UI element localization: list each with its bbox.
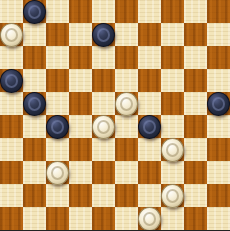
square-r9-c10[interactable] (207, 184, 230, 207)
square-r1-c10[interactable] (207, 0, 230, 23)
square-r8-c5[interactable] (92, 161, 115, 184)
square-r10-c3[interactable] (46, 207, 69, 230)
square-r7-c4[interactable] (69, 138, 92, 161)
square-r7-c5 (92, 138, 115, 161)
square-r7-c10[interactable] (207, 138, 230, 161)
white-man[interactable] (46, 161, 69, 185)
square-r10-c7[interactable] (138, 207, 161, 230)
square-r6-c4 (69, 115, 92, 138)
square-r10-c1[interactable] (0, 207, 23, 230)
square-r8-c7[interactable] (138, 161, 161, 184)
square-r2-c6 (115, 23, 138, 46)
square-r6-c2 (23, 115, 46, 138)
square-r1-c7 (138, 0, 161, 23)
square-r1-c1 (0, 0, 23, 23)
square-r2-c4 (69, 23, 92, 46)
square-r5-c4[interactable] (69, 92, 92, 115)
black-man[interactable] (46, 115, 69, 139)
square-r9-c9 (184, 184, 207, 207)
square-r5-c5 (92, 92, 115, 115)
square-r4-c1[interactable] (0, 69, 23, 92)
square-r10-c10 (207, 207, 230, 230)
square-r2-c5[interactable] (92, 23, 115, 46)
checkers-board (0, 0, 230, 230)
square-r5-c10[interactable] (207, 92, 230, 115)
square-r1-c9 (184, 0, 207, 23)
square-r4-c5[interactable] (92, 69, 115, 92)
square-r9-c5 (92, 184, 115, 207)
square-r5-c1 (0, 92, 23, 115)
white-man[interactable] (115, 92, 138, 116)
square-r4-c9[interactable] (184, 69, 207, 92)
square-r2-c3[interactable] (46, 23, 69, 46)
square-r7-c1 (0, 138, 23, 161)
square-r7-c6[interactable] (115, 138, 138, 161)
square-r9-c8[interactable] (161, 184, 184, 207)
square-r3-c6[interactable] (115, 46, 138, 69)
square-r9-c4[interactable] (69, 184, 92, 207)
square-r8-c2 (23, 161, 46, 184)
square-r3-c7 (138, 46, 161, 69)
square-r2-c7[interactable] (138, 23, 161, 46)
square-r6-c10 (207, 115, 230, 138)
square-r1-c4[interactable] (69, 0, 92, 23)
square-r1-c2[interactable] (23, 0, 46, 23)
black-man[interactable] (138, 115, 161, 139)
square-r3-c3 (46, 46, 69, 69)
square-r9-c7 (138, 184, 161, 207)
white-man[interactable] (138, 207, 161, 231)
square-r6-c7[interactable] (138, 115, 161, 138)
square-r10-c2 (23, 207, 46, 230)
square-r3-c5 (92, 46, 115, 69)
square-r3-c2[interactable] (23, 46, 46, 69)
square-r6-c5[interactable] (92, 115, 115, 138)
square-r5-c8[interactable] (161, 92, 184, 115)
checkers-app (0, 0, 230, 230)
square-r5-c7 (138, 92, 161, 115)
square-r4-c7[interactable] (138, 69, 161, 92)
square-r2-c9[interactable] (184, 23, 207, 46)
square-r1-c5 (92, 0, 115, 23)
square-r9-c1 (0, 184, 23, 207)
square-r3-c1 (0, 46, 23, 69)
square-r8-c3[interactable] (46, 161, 69, 184)
square-r9-c6[interactable] (115, 184, 138, 207)
square-r6-c9[interactable] (184, 115, 207, 138)
square-r5-c9 (184, 92, 207, 115)
square-r10-c6 (115, 207, 138, 230)
square-r6-c8 (161, 115, 184, 138)
square-r6-c6 (115, 115, 138, 138)
square-r8-c8 (161, 161, 184, 184)
square-r9-c3 (46, 184, 69, 207)
square-r2-c1[interactable] (0, 23, 23, 46)
square-r8-c9[interactable] (184, 161, 207, 184)
square-r5-c6[interactable] (115, 92, 138, 115)
square-r4-c6 (115, 69, 138, 92)
black-man[interactable] (23, 92, 46, 116)
square-r9-c2[interactable] (23, 184, 46, 207)
square-r3-c9 (184, 46, 207, 69)
black-man[interactable] (0, 69, 23, 93)
square-r3-c10[interactable] (207, 46, 230, 69)
square-r4-c4 (69, 69, 92, 92)
square-r1-c6[interactable] (115, 0, 138, 23)
square-r1-c3 (46, 0, 69, 23)
white-man[interactable] (161, 138, 184, 162)
square-r8-c4 (69, 161, 92, 184)
square-r7-c8[interactable] (161, 138, 184, 161)
square-r6-c3[interactable] (46, 115, 69, 138)
white-man[interactable] (0, 23, 23, 47)
white-man[interactable] (92, 115, 115, 139)
square-r2-c10 (207, 23, 230, 46)
square-r2-c2 (23, 23, 46, 46)
square-r10-c8 (161, 207, 184, 230)
square-r8-c6 (115, 161, 138, 184)
square-r10-c9[interactable] (184, 207, 207, 230)
square-r4-c8 (161, 69, 184, 92)
square-r5-c2[interactable] (23, 92, 46, 115)
square-r3-c4[interactable] (69, 46, 92, 69)
square-r6-c1[interactable] (0, 115, 23, 138)
square-r1-c8[interactable] (161, 0, 184, 23)
square-r4-c10 (207, 69, 230, 92)
square-r3-c8[interactable] (161, 46, 184, 69)
square-r7-c2[interactable] (23, 138, 46, 161)
square-r7-c9 (184, 138, 207, 161)
square-r10-c4 (69, 207, 92, 230)
square-r7-c3 (46, 138, 69, 161)
square-r5-c3 (46, 92, 69, 115)
white-man[interactable] (161, 184, 184, 208)
black-man[interactable] (92, 23, 115, 47)
square-r8-c10 (207, 161, 230, 184)
square-r7-c7 (138, 138, 161, 161)
square-r2-c8 (161, 23, 184, 46)
black-man[interactable] (207, 92, 230, 116)
square-r4-c3[interactable] (46, 69, 69, 92)
black-man[interactable] (23, 0, 46, 24)
square-r10-c5[interactable] (92, 207, 115, 230)
square-r4-c2 (23, 69, 46, 92)
square-r8-c1[interactable] (0, 161, 23, 184)
